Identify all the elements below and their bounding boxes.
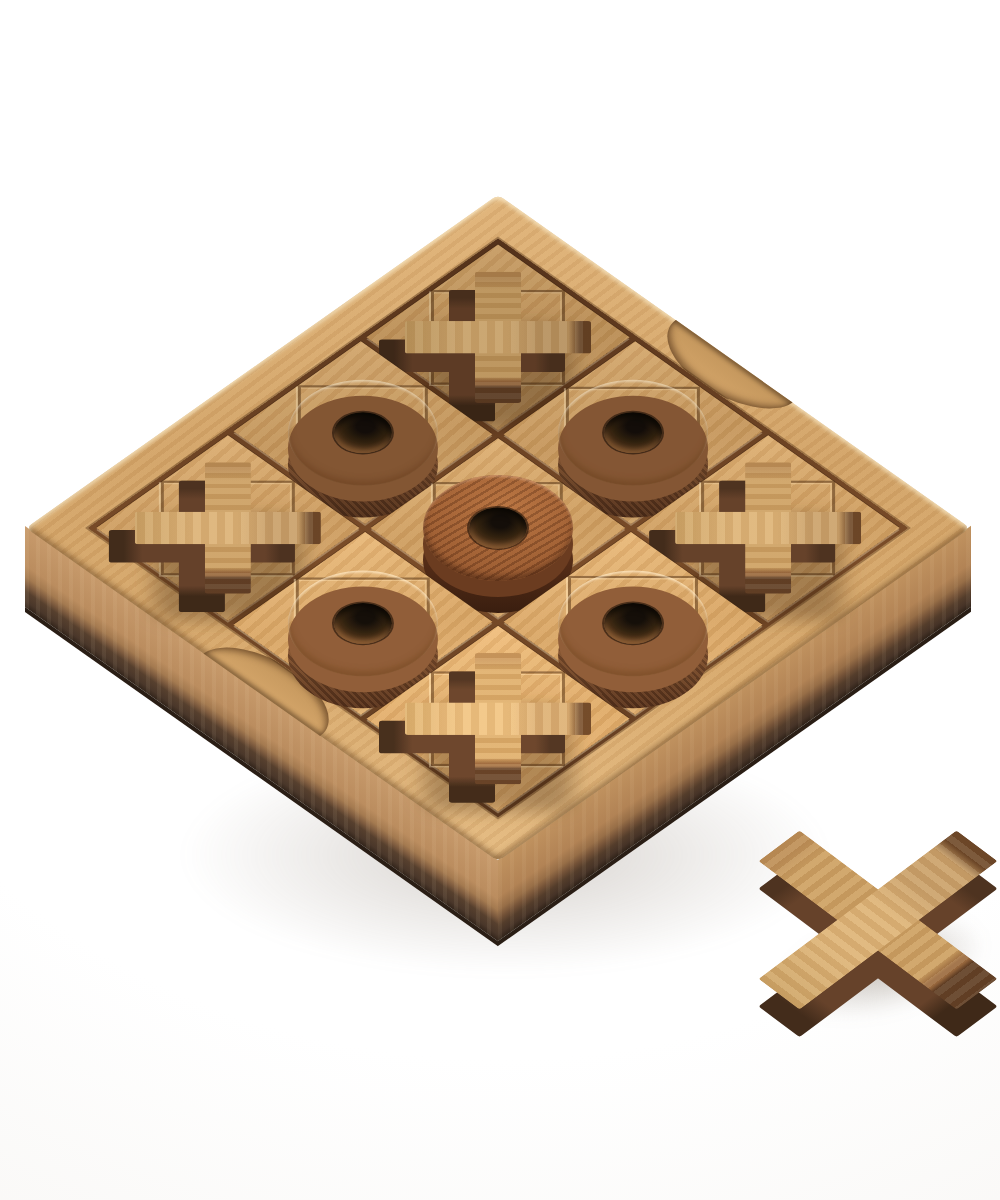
x-cross xyxy=(405,272,591,403)
x-cross xyxy=(135,462,321,593)
x-bar-top xyxy=(405,321,591,353)
piece-x[interactable]: ✕ xyxy=(366,626,629,812)
x-cross xyxy=(675,462,861,593)
x-bar-top xyxy=(405,702,591,734)
cell-r2c2[interactable]: ✕ xyxy=(366,626,629,812)
x-bar-top xyxy=(135,512,321,544)
x-bar-top xyxy=(675,512,861,544)
product-photo-scene: ✕○✕○○○✕○✕ ✕ xyxy=(0,0,1000,1200)
x-cross xyxy=(405,653,591,784)
